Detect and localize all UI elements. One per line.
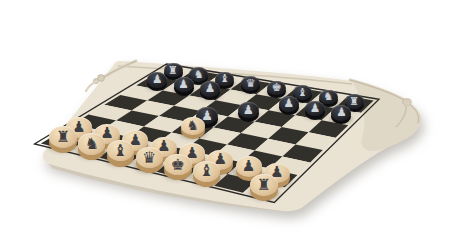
knight-symbol: ♞ (181, 117, 205, 136)
bishop-symbol: ♝ (193, 161, 220, 182)
piece-white-queen[interactable]: ♛ (136, 147, 163, 174)
bishop-symbol: ♝ (107, 140, 134, 161)
king-symbol: ♚ (267, 81, 286, 96)
piece-black-pawn[interactable]: ♟ (147, 72, 167, 91)
piece-black-queen[interactable]: ♛ (241, 76, 260, 94)
pawn-symbol: ♟ (279, 96, 299, 112)
piece-black-pawn[interactable]: ♟ (238, 102, 259, 122)
queen-symbol: ♛ (241, 76, 260, 91)
piece-white-bishop[interactable]: ♝ (193, 161, 220, 188)
piece-black-pawn[interactable]: ♟ (200, 81, 220, 100)
pawn-symbol: ♟ (147, 72, 167, 88)
knight-symbol: ♞ (78, 133, 105, 154)
piece-white-king[interactable]: ♚ (164, 154, 191, 181)
piece-black-pawn[interactable]: ♟ (279, 96, 299, 115)
piece-white-knight[interactable]: ♞ (181, 117, 205, 140)
king-symbol: ♚ (164, 154, 191, 175)
piece-white-knight[interactable]: ♞ (78, 133, 105, 160)
pawn-symbol: ♟ (238, 102, 259, 119)
piece-black-pawn[interactable]: ♟ (305, 101, 325, 120)
product-photo: ♜♞♝♛♚♝♞♜♟♟♟♟♟♟♟♟♞♟♟♟♟♟♟♟♟♜♞♝♛♚♝♜ (0, 0, 450, 248)
pawn-symbol: ♟ (305, 101, 325, 117)
piece-white-rook[interactable]: ♜ (49, 126, 76, 153)
piece-white-rook[interactable]: ♜ (250, 174, 277, 201)
rook-symbol: ♜ (49, 126, 76, 147)
pawn-symbol: ♟ (200, 81, 220, 97)
piece-black-pawn[interactable]: ♟ (331, 105, 351, 124)
rook-symbol: ♜ (250, 174, 277, 195)
piece-black-pawn[interactable]: ♟ (174, 77, 194, 96)
pawn-symbol: ♟ (174, 77, 194, 93)
pawn-symbol: ♟ (331, 105, 351, 121)
queen-symbol: ♛ (136, 147, 163, 168)
piece-white-bishop[interactable]: ♝ (107, 140, 134, 167)
